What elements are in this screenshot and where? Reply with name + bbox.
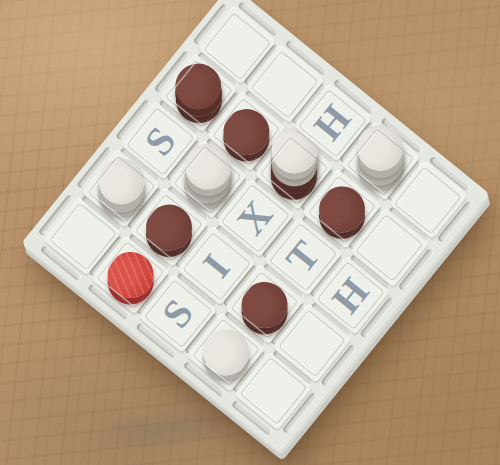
photo-scene: SSIXHTH bbox=[0, 0, 500, 465]
